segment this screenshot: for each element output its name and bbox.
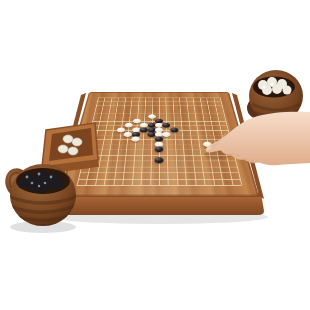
foreground-decor xyxy=(0,0,310,310)
left-bowl xyxy=(8,164,78,233)
go-set-photo xyxy=(0,0,310,310)
